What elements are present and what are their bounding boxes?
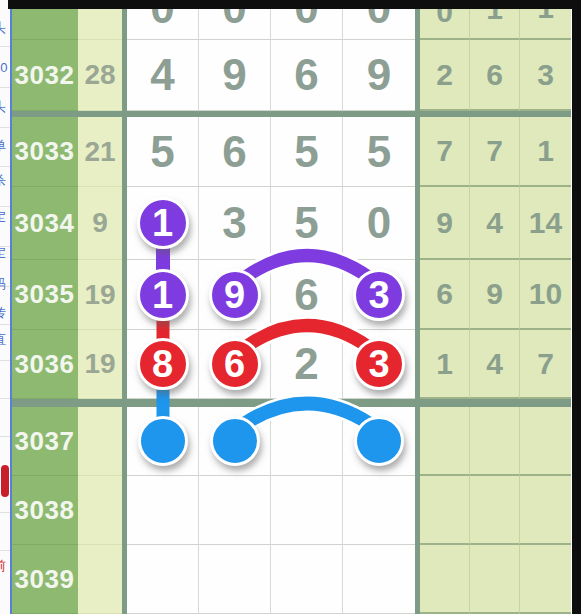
stat-cell (520, 476, 571, 545)
stat-cell: 0 (420, 9, 470, 40)
period-cell: 3039 (11, 545, 78, 614)
digit-cell: 3 (343, 330, 415, 399)
stat-cell (420, 476, 470, 545)
digit-cell: 5 (343, 117, 415, 187)
stat-cell: 6 (420, 260, 470, 330)
table-row: 3038 (11, 476, 571, 545)
stat-cell (520, 407, 571, 476)
stat-cell: 9 (420, 187, 470, 260)
table-row: 3039 (11, 545, 571, 614)
stat-cell: 1 (520, 117, 571, 187)
sum-cell: 19 (78, 260, 122, 330)
menu-item[interactable]: 杀 (0, 174, 6, 187)
menu-item[interactable]: 定 (0, 210, 6, 223)
digit-cell: 1 (127, 260, 199, 330)
menu-item[interactable]: 头 (0, 21, 6, 34)
digit-cell: 0 (127, 9, 199, 40)
lottery-trend-chart: 头 10 头 单 杀 定 定 码 传 直 前 0 0 0 0 0 1 1 303… (0, 0, 581, 614)
digit-cell: 6 (271, 260, 343, 330)
menu-item[interactable]: 定 (0, 246, 6, 259)
stat-cell: 6 (470, 40, 520, 111)
digit-cell (271, 476, 343, 545)
strip-separator-rule (10, 9, 12, 614)
stat-cell: 7 (420, 117, 470, 187)
stat-cell: 9 (470, 260, 520, 330)
menu-item[interactable]: 10 (0, 61, 7, 74)
stat-cell: 1 (420, 330, 470, 399)
digit-cell (127, 476, 199, 545)
sum-cell (78, 476, 122, 545)
stat-cell: 3 (520, 40, 571, 111)
table-row: 3034 9 1 3 5 0 9 4 14 (11, 187, 571, 260)
digit-cell: 4 (127, 40, 199, 111)
digit-cell (343, 407, 415, 476)
digit-cell: 9 (343, 40, 415, 111)
stat-cell (470, 545, 520, 614)
stat-cell (420, 545, 470, 614)
period-cell: 3036 (11, 330, 78, 399)
period-cell: 3037 (11, 407, 78, 476)
digit-cell (343, 545, 415, 614)
digit-cell: 3 (199, 187, 271, 260)
digit-cell (199, 407, 271, 476)
period-cell: 3032 (11, 40, 78, 111)
sum-cell (78, 545, 122, 614)
digit-cell: 6 (271, 40, 343, 111)
red-marker-button[interactable] (1, 465, 9, 497)
table-row: 3037 (11, 407, 571, 476)
digit-cell: 3 (343, 260, 415, 330)
digit-cell: 6 (199, 330, 271, 399)
period-cell: 3038 (11, 476, 78, 545)
table-row: 3036 19 8 6 2 3 1 4 7 (11, 330, 571, 399)
stat-cell: 2 (420, 40, 470, 111)
period-cell: 3034 (11, 187, 78, 260)
period-cell (11, 9, 78, 40)
digit-cell: 5 (271, 117, 343, 187)
table-row: 3032 28 4 9 6 9 2 6 3 (11, 40, 571, 111)
sum-cell: 19 (78, 330, 122, 399)
digit-cell (271, 545, 343, 614)
digit-cell: 2 (271, 330, 343, 399)
stat-cell (420, 407, 470, 476)
period-cell: 3033 (11, 117, 78, 187)
menu-item[interactable]: 单 (0, 139, 6, 152)
menu-item[interactable]: 传 (0, 306, 6, 319)
digit-cell (199, 545, 271, 614)
thick-separator (11, 399, 571, 407)
sum-cell (78, 9, 122, 40)
stat-cell: 1 (470, 9, 520, 40)
menu-item[interactable]: 头 (0, 100, 6, 113)
sum-cell: 21 (78, 117, 122, 187)
digit-cell: 0 (199, 9, 271, 40)
digit-cell: 1 (127, 187, 199, 260)
menu-item-red[interactable]: 前 (0, 559, 6, 572)
digit-cell (199, 476, 271, 545)
digit-cell: 8 (127, 330, 199, 399)
stat-cell: 1 (520, 9, 571, 40)
period-cell: 3035 (11, 260, 78, 330)
stat-cell: 10 (520, 260, 571, 330)
sum-cell: 28 (78, 40, 122, 111)
stat-cell (470, 407, 520, 476)
table-row: 3035 19 1 9 6 3 6 9 10 (11, 260, 571, 330)
menu-item[interactable]: 直 (0, 333, 6, 346)
digit-cell: 5 (271, 187, 343, 260)
stat-cell: 7 (520, 330, 571, 399)
thick-separator (11, 111, 571, 117)
menu-item[interactable]: 码 (0, 277, 6, 290)
top-black-bar (8, 0, 581, 9)
digit-cell: 5 (127, 117, 199, 187)
stat-cell: 4 (470, 187, 520, 260)
stat-cell: 4 (470, 330, 520, 399)
digit-cell (127, 545, 199, 614)
digit-cell: 6 (199, 117, 271, 187)
table-row: 3033 21 5 6 5 5 7 7 1 (11, 117, 571, 187)
right-black-bar (572, 0, 581, 614)
digit-cell (271, 407, 343, 476)
stat-cell (520, 545, 571, 614)
sum-cell: 9 (78, 187, 122, 260)
table-row-partial: 0 0 0 0 0 1 1 (11, 9, 571, 40)
digit-cell: 9 (199, 260, 271, 330)
digit-cell: 9 (199, 40, 271, 111)
digit-cell: 0 (343, 9, 415, 40)
stat-cell: 14 (520, 187, 571, 260)
digit-cell (127, 407, 199, 476)
stat-cell: 7 (470, 117, 520, 187)
sum-cell (78, 407, 122, 476)
digit-cell (343, 476, 415, 545)
stat-cell (470, 476, 520, 545)
digit-cell: 0 (343, 187, 415, 260)
digit-cell: 0 (271, 9, 343, 40)
